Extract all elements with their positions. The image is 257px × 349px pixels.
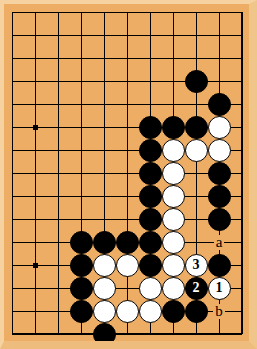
intersection-c3-r3[interactable] — [70, 70, 93, 93]
intersection-c1-r6[interactable] — [24, 139, 47, 162]
intersection-c8-r12[interactable]: 2 — [185, 277, 208, 300]
intersection-c10-r4[interactable] — [231, 93, 254, 116]
intersection-c0-r12[interactable] — [1, 277, 24, 300]
intersection-c2-r12[interactable] — [47, 277, 70, 300]
intersection-c3-r2[interactable] — [70, 47, 93, 70]
intersection-c5-r13[interactable] — [116, 300, 139, 323]
intersection-c9-r4[interactable] — [208, 93, 231, 116]
intersection-c3-r4[interactable] — [70, 93, 93, 116]
black-stone[interactable] — [116, 231, 139, 254]
intersection-c5-r12[interactable] — [116, 277, 139, 300]
intersection-c1-r11[interactable] — [24, 254, 47, 277]
intersection-c6-r14[interactable] — [139, 323, 162, 346]
intersection-c4-r8[interactable] — [93, 185, 116, 208]
intersection-c0-r11[interactable] — [1, 254, 24, 277]
intersection-c8-r6[interactable] — [185, 139, 208, 162]
point-label-a: a — [214, 235, 225, 250]
intersection-c0-r13[interactable] — [1, 300, 24, 323]
intersection-c10-r2[interactable] — [231, 47, 254, 70]
intersection-c10-r11[interactable] — [231, 254, 254, 277]
intersection-c5-r0[interactable] — [116, 1, 139, 24]
intersection-c8-r0[interactable] — [185, 1, 208, 24]
black-stone[interactable] — [162, 300, 185, 323]
intersection-c9-r3[interactable] — [208, 70, 231, 93]
intersection-c4-r12[interactable] — [93, 277, 116, 300]
intersection-c4-r0[interactable] — [93, 1, 116, 24]
intersection-c7-r9[interactable] — [162, 208, 185, 231]
intersection-c6-r12[interactable] — [139, 277, 162, 300]
intersection-c1-r5[interactable] — [24, 116, 47, 139]
intersection-c5-r11[interactable] — [116, 254, 139, 277]
go-board-frame: a321b — [0, 0, 257, 349]
intersection-c2-r13[interactable] — [47, 300, 70, 323]
intersection-c5-r4[interactable] — [116, 93, 139, 116]
move-number: 3 — [193, 258, 200, 272]
intersection-c0-r0[interactable] — [1, 1, 24, 24]
intersection-c1-r9[interactable] — [24, 208, 47, 231]
intersection-c3-r9[interactable] — [70, 208, 93, 231]
intersection-c7-r7[interactable] — [162, 162, 185, 185]
white-stone[interactable] — [93, 300, 116, 323]
intersection-c0-r2[interactable] — [1, 47, 24, 70]
intersection-c5-r6[interactable] — [116, 139, 139, 162]
white-stone[interactable] — [162, 254, 185, 277]
intersection-c10-r1[interactable] — [231, 24, 254, 47]
white-stone[interactable] — [162, 277, 185, 300]
intersection-c0-r10[interactable] — [1, 231, 24, 254]
intersection-c10-r14[interactable] — [231, 323, 254, 346]
white-stone[interactable] — [139, 277, 162, 300]
intersection-c7-r13[interactable] — [162, 300, 185, 323]
intersection-c4-r7[interactable] — [93, 162, 116, 185]
black-stone[interactable] — [139, 231, 162, 254]
white-stone[interactable] — [93, 277, 116, 300]
intersection-c2-r2[interactable] — [47, 47, 70, 70]
intersection-c0-r6[interactable] — [1, 139, 24, 162]
intersection-c7-r2[interactable] — [162, 47, 185, 70]
intersection-c2-r6[interactable] — [47, 139, 70, 162]
black-stone[interactable] — [93, 231, 116, 254]
intersection-c10-r3[interactable] — [231, 70, 254, 93]
intersection-c1-r2[interactable] — [24, 47, 47, 70]
intersection-c8-r7[interactable] — [185, 162, 208, 185]
white-stone[interactable] — [93, 254, 116, 277]
intersection-c2-r9[interactable] — [47, 208, 70, 231]
intersection-c7-r10[interactable] — [162, 231, 185, 254]
intersection-c9-r10[interactable]: a — [208, 231, 231, 254]
black-stone[interactable] — [208, 93, 231, 116]
intersection-c2-r1[interactable] — [47, 24, 70, 47]
intersection-c0-r5[interactable] — [1, 116, 24, 139]
intersection-c1-r8[interactable] — [24, 185, 47, 208]
intersection-c0-r3[interactable] — [1, 70, 24, 93]
intersection-c9-r1[interactable] — [208, 24, 231, 47]
intersection-c1-r14[interactable] — [24, 323, 47, 346]
intersection-c10-r13[interactable] — [231, 300, 254, 323]
black-stone[interactable] — [70, 231, 93, 254]
intersection-c3-r10[interactable] — [70, 231, 93, 254]
white-stone[interactable] — [162, 185, 185, 208]
intersection-c6-r10[interactable] — [139, 231, 162, 254]
intersection-c6-r6[interactable] — [139, 139, 162, 162]
intersection-c4-r9[interactable] — [93, 208, 116, 231]
intersection-c9-r2[interactable] — [208, 47, 231, 70]
point-label-b: b — [213, 304, 225, 319]
intersection-c9-r12[interactable]: 1 — [208, 277, 231, 300]
intersection-c7-r14[interactable] — [162, 323, 185, 346]
intersection-c2-r0[interactable] — [47, 1, 70, 24]
intersection-c2-r7[interactable] — [47, 162, 70, 185]
intersection-c9-r0[interactable] — [208, 1, 231, 24]
black-stone[interactable] — [139, 208, 162, 231]
intersection-c7-r11[interactable] — [162, 254, 185, 277]
intersection-c2-r8[interactable] — [47, 185, 70, 208]
black-stone[interactable] — [139, 116, 162, 139]
black-stone[interactable] — [162, 116, 185, 139]
intersection-c0-r8[interactable] — [1, 185, 24, 208]
intersection-c1-r0[interactable] — [24, 1, 47, 24]
intersection-c7-r1[interactable] — [162, 24, 185, 47]
intersection-c9-r9[interactable] — [208, 208, 231, 231]
intersection-c9-r11[interactable] — [208, 254, 231, 277]
intersection-c2-r10[interactable] — [47, 231, 70, 254]
white-stone[interactable] — [208, 116, 231, 139]
intersection-c4-r6[interactable] — [93, 139, 116, 162]
black-stone[interactable]: 2 — [185, 277, 208, 300]
white-stone[interactable] — [116, 254, 139, 277]
intersection-c9-r13[interactable]: b — [208, 300, 231, 323]
intersection-c5-r3[interactable] — [116, 70, 139, 93]
intersection-c3-r13[interactable] — [70, 300, 93, 323]
intersection-c7-r8[interactable] — [162, 185, 185, 208]
intersection-c8-r13[interactable] — [185, 300, 208, 323]
intersection-c3-r0[interactable] — [70, 1, 93, 24]
intersection-c3-r6[interactable] — [70, 139, 93, 162]
intersection-c9-r14[interactable] — [208, 323, 231, 346]
intersection-c1-r13[interactable] — [24, 300, 47, 323]
intersection-c4-r5[interactable] — [93, 116, 116, 139]
intersection-c5-r8[interactable] — [116, 185, 139, 208]
intersection-c1-r7[interactable] — [24, 162, 47, 185]
intersection-c8-r8[interactable] — [185, 185, 208, 208]
intersection-c3-r12[interactable] — [70, 277, 93, 300]
intersection-c4-r3[interactable] — [93, 70, 116, 93]
move-number: 2 — [193, 281, 200, 295]
white-stone[interactable] — [162, 139, 185, 162]
intersection-c8-r10[interactable] — [185, 231, 208, 254]
white-stone[interactable] — [208, 139, 231, 162]
intersection-c0-r7[interactable] — [1, 162, 24, 185]
intersection-c7-r3[interactable] — [162, 70, 185, 93]
intersection-c3-r8[interactable] — [70, 185, 93, 208]
intersection-c7-r0[interactable] — [162, 1, 185, 24]
intersection-c10-r8[interactable] — [231, 185, 254, 208]
intersection-c0-r1[interactable] — [1, 24, 24, 47]
intersection-c5-r1[interactable] — [116, 24, 139, 47]
intersection-c9-r8[interactable] — [208, 185, 231, 208]
intersection-c4-r10[interactable] — [93, 231, 116, 254]
intersection-c0-r4[interactable] — [1, 93, 24, 116]
intersection-c6-r7[interactable] — [139, 162, 162, 185]
intersection-c6-r2[interactable] — [139, 47, 162, 70]
intersection-c4-r14[interactable] — [93, 323, 116, 346]
intersection-c6-r0[interactable] — [139, 1, 162, 24]
go-board: a321b — [4, 4, 249, 341]
intersection-c7-r5[interactable] — [162, 116, 185, 139]
black-stone[interactable] — [185, 116, 208, 139]
black-stone[interactable] — [208, 162, 231, 185]
intersection-c0-r14[interactable] — [1, 323, 24, 346]
intersection-c3-r1[interactable] — [70, 24, 93, 47]
black-stone[interactable] — [139, 139, 162, 162]
intersection-c6-r13[interactable] — [139, 300, 162, 323]
intersection-c2-r5[interactable] — [47, 116, 70, 139]
intersection-c6-r8[interactable] — [139, 185, 162, 208]
intersection-c10-r9[interactable] — [231, 208, 254, 231]
black-stone[interactable] — [139, 162, 162, 185]
intersection-c9-r5[interactable] — [208, 116, 231, 139]
intersection-c6-r9[interactable] — [139, 208, 162, 231]
go-grid: a321b — [1, 1, 254, 346]
intersection-c5-r14[interactable] — [116, 323, 139, 346]
black-stone[interactable] — [185, 300, 208, 323]
intersection-c10-r10[interactable] — [231, 231, 254, 254]
intersection-c10-r7[interactable] — [231, 162, 254, 185]
white-stone[interactable] — [162, 231, 185, 254]
intersection-c5-r9[interactable] — [116, 208, 139, 231]
intersection-c6-r11[interactable] — [139, 254, 162, 277]
black-stone[interactable] — [70, 254, 93, 277]
white-stone[interactable]: 1 — [208, 277, 231, 300]
move-number: 1 — [216, 281, 223, 295]
intersection-c3-r11[interactable] — [70, 254, 93, 277]
intersection-c8-r2[interactable] — [185, 47, 208, 70]
intersection-c1-r4[interactable] — [24, 93, 47, 116]
intersection-c4-r1[interactable] — [93, 24, 116, 47]
intersection-c8-r14[interactable] — [185, 323, 208, 346]
intersection-c5-r7[interactable] — [116, 162, 139, 185]
black-stone[interactable] — [208, 208, 231, 231]
intersection-c7-r12[interactable] — [162, 277, 185, 300]
white-stone[interactable] — [139, 300, 162, 323]
black-stone[interactable] — [70, 300, 93, 323]
intersection-c1-r3[interactable] — [24, 70, 47, 93]
black-stone[interactable] — [139, 185, 162, 208]
intersection-c5-r2[interactable] — [116, 47, 139, 70]
intersection-c8-r11[interactable]: 3 — [185, 254, 208, 277]
black-stone[interactable] — [208, 185, 231, 208]
intersection-c3-r14[interactable] — [70, 323, 93, 346]
intersection-c1-r1[interactable] — [24, 24, 47, 47]
intersection-c1-r12[interactable] — [24, 277, 47, 300]
intersection-c9-r6[interactable] — [208, 139, 231, 162]
intersection-c9-r7[interactable] — [208, 162, 231, 185]
black-stone[interactable] — [93, 323, 116, 346]
intersection-c6-r3[interactable] — [139, 70, 162, 93]
intersection-c7-r6[interactable] — [162, 139, 185, 162]
intersection-c4-r11[interactable] — [93, 254, 116, 277]
intersection-c6-r4[interactable] — [139, 93, 162, 116]
intersection-c6-r5[interactable] — [139, 116, 162, 139]
intersection-c1-r10[interactable] — [24, 231, 47, 254]
intersection-c5-r10[interactable] — [116, 231, 139, 254]
intersection-c8-r3[interactable] — [185, 70, 208, 93]
black-stone[interactable] — [208, 254, 231, 277]
intersection-c2-r14[interactable] — [47, 323, 70, 346]
black-stone[interactable] — [185, 70, 208, 93]
intersection-c7-r4[interactable] — [162, 93, 185, 116]
black-stone[interactable] — [139, 254, 162, 277]
intersection-c8-r4[interactable] — [185, 93, 208, 116]
intersection-c8-r5[interactable] — [185, 116, 208, 139]
white-stone[interactable] — [185, 139, 208, 162]
white-stone[interactable] — [162, 208, 185, 231]
intersection-c2-r3[interactable] — [47, 70, 70, 93]
white-stone[interactable]: 3 — [185, 254, 208, 277]
intersection-c10-r6[interactable] — [231, 139, 254, 162]
intersection-c6-r1[interactable] — [139, 24, 162, 47]
intersection-c2-r11[interactable] — [47, 254, 70, 277]
intersection-c10-r5[interactable] — [231, 116, 254, 139]
intersection-c10-r0[interactable] — [231, 1, 254, 24]
intersection-c5-r5[interactable] — [116, 116, 139, 139]
intersection-c4-r2[interactable] — [93, 47, 116, 70]
intersection-c3-r7[interactable] — [70, 162, 93, 185]
intersection-c2-r4[interactable] — [47, 93, 70, 116]
intersection-c8-r9[interactable] — [185, 208, 208, 231]
white-stone[interactable] — [116, 300, 139, 323]
intersection-c4-r13[interactable] — [93, 300, 116, 323]
white-stone[interactable] — [162, 162, 185, 185]
intersection-c10-r12[interactable] — [231, 277, 254, 300]
intersection-c8-r1[interactable] — [185, 24, 208, 47]
intersection-c4-r4[interactable] — [93, 93, 116, 116]
black-stone[interactable] — [70, 277, 93, 300]
intersection-c0-r9[interactable] — [1, 208, 24, 231]
intersection-c3-r5[interactable] — [70, 116, 93, 139]
